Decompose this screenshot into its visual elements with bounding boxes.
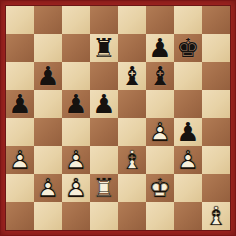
square-f1[interactable]	[146, 202, 174, 230]
square-f5[interactable]	[146, 90, 174, 118]
square-f6[interactable]: ♝	[146, 62, 174, 90]
black-pawn-b6[interactable]: ♟	[34, 62, 62, 90]
square-b8[interactable]	[34, 6, 62, 34]
square-a6[interactable]	[6, 62, 34, 90]
square-a8[interactable]	[6, 6, 34, 34]
square-h2[interactable]	[202, 174, 230, 202]
square-e8[interactable]	[118, 6, 146, 34]
square-c8[interactable]	[62, 6, 90, 34]
black-pawn-g4[interactable]: ♟	[174, 118, 202, 146]
square-b7[interactable]	[34, 34, 62, 62]
square-a2[interactable]	[6, 174, 34, 202]
square-b5[interactable]	[34, 90, 62, 118]
square-c3[interactable]: ♟♙	[62, 146, 90, 174]
square-b3[interactable]	[34, 146, 62, 174]
square-c7[interactable]	[62, 34, 90, 62]
square-g4[interactable]: ♟	[174, 118, 202, 146]
square-d3[interactable]	[90, 146, 118, 174]
square-e1[interactable]	[118, 202, 146, 230]
square-a7[interactable]	[6, 34, 34, 62]
square-b6[interactable]: ♟	[34, 62, 62, 90]
square-a4[interactable]	[6, 118, 34, 146]
square-g7[interactable]: ♚	[174, 34, 202, 62]
white-pawn-a3[interactable]: ♟♙	[6, 146, 34, 174]
white-bishop-h1[interactable]: ♝♗	[202, 202, 230, 230]
square-f3[interactable]	[146, 146, 174, 174]
white-king-f2[interactable]: ♚♔	[146, 174, 174, 202]
square-c2[interactable]: ♟♙	[62, 174, 90, 202]
board-frame: ♜♟♚♟♝♝♟♟♟♟♙♟♟♙♟♙♝♗♟♙♟♙♟♙♜♖♚♔♝♗	[0, 0, 236, 236]
square-h7[interactable]	[202, 34, 230, 62]
square-h6[interactable]	[202, 62, 230, 90]
square-h4[interactable]	[202, 118, 230, 146]
white-pawn-b2[interactable]: ♟♙	[34, 174, 62, 202]
black-bishop-e6[interactable]: ♝	[118, 62, 146, 90]
square-g2[interactable]	[174, 174, 202, 202]
square-h5[interactable]	[202, 90, 230, 118]
black-king-g7[interactable]: ♚	[174, 34, 202, 62]
square-f2[interactable]: ♚♔	[146, 174, 174, 202]
black-rook-d7[interactable]: ♜	[90, 34, 118, 62]
black-pawn-a5[interactable]: ♟	[6, 90, 34, 118]
white-pawn-c3[interactable]: ♟♙	[62, 146, 90, 174]
square-e7[interactable]	[118, 34, 146, 62]
black-pawn-c5[interactable]: ♟	[62, 90, 90, 118]
square-a5[interactable]: ♟	[6, 90, 34, 118]
black-pawn-d5[interactable]: ♟	[90, 90, 118, 118]
square-f8[interactable]	[146, 6, 174, 34]
square-f7[interactable]: ♟	[146, 34, 174, 62]
white-pawn-f4[interactable]: ♟♙	[146, 118, 174, 146]
square-a1[interactable]	[6, 202, 34, 230]
white-rook-d2[interactable]: ♜♖	[90, 174, 118, 202]
white-pawn-g3[interactable]: ♟♙	[174, 146, 202, 174]
square-c5[interactable]: ♟	[62, 90, 90, 118]
square-d5[interactable]: ♟	[90, 90, 118, 118]
black-bishop-f6[interactable]: ♝	[146, 62, 174, 90]
chess-board: ♜♟♚♟♝♝♟♟♟♟♙♟♟♙♟♙♝♗♟♙♟♙♟♙♜♖♚♔♝♗	[6, 6, 230, 230]
square-a3[interactable]: ♟♙	[6, 146, 34, 174]
square-g8[interactable]	[174, 6, 202, 34]
square-d7[interactable]: ♜	[90, 34, 118, 62]
square-c6[interactable]	[62, 62, 90, 90]
square-b4[interactable]	[34, 118, 62, 146]
square-d4[interactable]	[90, 118, 118, 146]
square-c4[interactable]	[62, 118, 90, 146]
square-g5[interactable]	[174, 90, 202, 118]
square-b2[interactable]: ♟♙	[34, 174, 62, 202]
square-d8[interactable]	[90, 6, 118, 34]
white-pawn-c2[interactable]: ♟♙	[62, 174, 90, 202]
square-h3[interactable]	[202, 146, 230, 174]
square-b1[interactable]	[34, 202, 62, 230]
square-e4[interactable]	[118, 118, 146, 146]
square-d1[interactable]	[90, 202, 118, 230]
square-g3[interactable]: ♟♙	[174, 146, 202, 174]
square-d2[interactable]: ♜♖	[90, 174, 118, 202]
black-pawn-f7[interactable]: ♟	[146, 34, 174, 62]
square-h8[interactable]	[202, 6, 230, 34]
square-g1[interactable]	[174, 202, 202, 230]
square-d6[interactable]	[90, 62, 118, 90]
square-e6[interactable]: ♝	[118, 62, 146, 90]
square-e5[interactable]	[118, 90, 146, 118]
square-h1[interactable]: ♝♗	[202, 202, 230, 230]
square-c1[interactable]	[62, 202, 90, 230]
square-g6[interactable]	[174, 62, 202, 90]
square-e2[interactable]	[118, 174, 146, 202]
square-e3[interactable]: ♝♗	[118, 146, 146, 174]
white-bishop-e3[interactable]: ♝♗	[118, 146, 146, 174]
square-f4[interactable]: ♟♙	[146, 118, 174, 146]
